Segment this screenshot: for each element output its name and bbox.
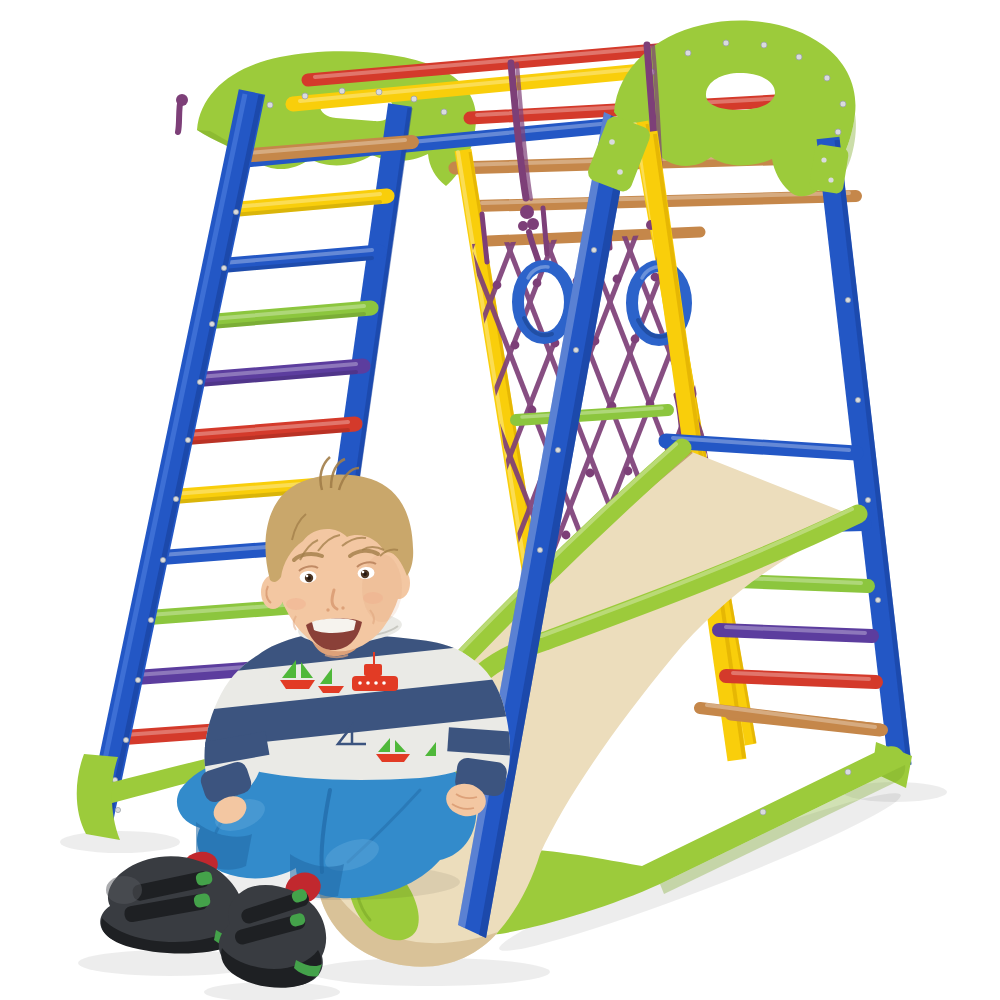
left-cheek <box>286 598 306 610</box>
rung-red <box>726 673 876 682</box>
photo-canvas: Smiling toddler boy with blond hair sitt… <box>0 0 1000 1000</box>
climbing-frame-photo: Smiling toddler boy with blond hair sitt… <box>0 0 1000 1000</box>
rung-purple <box>719 627 872 636</box>
right-cheek <box>363 592 383 604</box>
rear-post-plate <box>809 144 850 195</box>
